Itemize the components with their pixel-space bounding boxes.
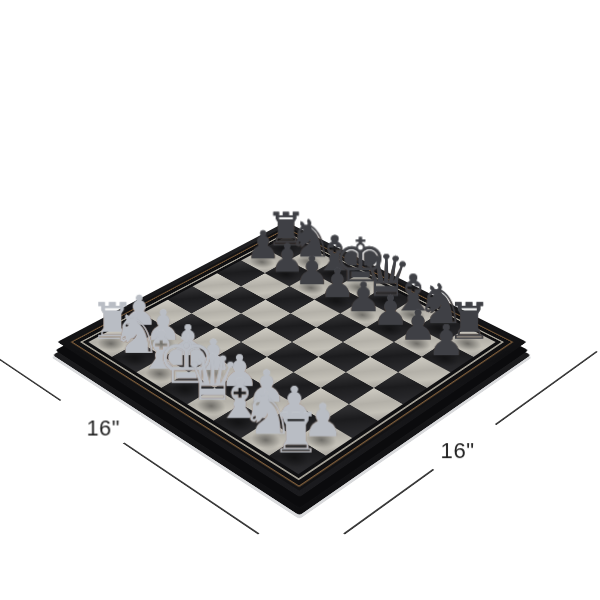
product-image: ♜♞♝♚♛♝♞♜♟♟♟♟♟♟♟♟♟♟♟♟♟♟♟♟♜♞♝♚♛♝♞♜ 16" 16" <box>0 0 600 600</box>
black-pawn: ♟ <box>406 319 487 362</box>
dimension-text-right: 16" <box>419 437 496 465</box>
white-rook: ♜ <box>252 406 341 461</box>
scene-3d: ♜♞♝♚♛♝♞♜♟♟♟♟♟♟♟♟♟♟♟♟♟♟♟♟♜♞♝♚♛♝♞♜ 16" 16" <box>0 0 600 600</box>
dimension-text-left: 16" <box>66 415 142 442</box>
chess-board: ♜♞♝♚♛♝♞♜♟♟♟♟♟♟♟♟♟♟♟♟♟♟♟♟♜♞♝♚♛♝♞♜ 16" 16" <box>57 222 527 497</box>
